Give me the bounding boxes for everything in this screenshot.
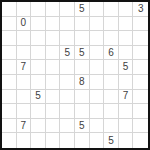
cell-r7c5[interactable] [60, 90, 75, 105]
cell-r1c7[interactable] [90, 2, 105, 17]
cell-r5c6[interactable] [75, 60, 90, 75]
cell-r3c2[interactable] [17, 31, 32, 46]
cell-r7c4[interactable] [46, 90, 61, 105]
puzzle-board: 53055675857755 [0, 0, 150, 150]
cell-r6c9[interactable] [119, 75, 134, 90]
cell-r10c1[interactable] [2, 133, 17, 148]
cell-r1c4[interactable] [46, 2, 61, 17]
cell-r4c2[interactable] [17, 46, 32, 61]
cell-r1c5[interactable] [60, 2, 75, 17]
cell-r4c1[interactable] [2, 46, 17, 61]
cell-r9c3[interactable] [31, 119, 46, 134]
cell-r3c10[interactable] [133, 31, 148, 46]
cell-r8c5[interactable] [60, 104, 75, 119]
clue-cell-r4c5: 5 [60, 46, 75, 61]
cell-r3c3[interactable] [31, 31, 46, 46]
cell-r8c1[interactable] [2, 104, 17, 119]
cell-r5c3[interactable] [31, 60, 46, 75]
cell-r7c8[interactable] [104, 90, 119, 105]
clue-cell-r1c10: 3 [133, 2, 148, 17]
cell-r3c8[interactable] [104, 31, 119, 46]
cell-r1c1[interactable] [2, 2, 17, 17]
cell-r2c5[interactable] [60, 17, 75, 32]
cell-r1c8[interactable] [104, 2, 119, 17]
cell-r4c10[interactable] [133, 46, 148, 61]
cell-r1c9[interactable] [119, 2, 134, 17]
cell-r6c7[interactable] [90, 75, 105, 90]
cell-r9c7[interactable] [90, 119, 105, 134]
cell-r6c8[interactable] [104, 75, 119, 90]
cell-r10c6[interactable] [75, 133, 90, 148]
cell-r8c4[interactable] [46, 104, 61, 119]
cell-r9c8[interactable] [104, 119, 119, 134]
cell-r4c9[interactable] [119, 46, 134, 61]
clue-cell-r7c3: 5 [31, 90, 46, 105]
clue-cell-r4c8: 6 [104, 46, 119, 61]
cell-r3c1[interactable] [2, 31, 17, 46]
cell-r8c6[interactable] [75, 104, 90, 119]
cell-r8c8[interactable] [104, 104, 119, 119]
clue-cell-r9c2: 7 [17, 119, 32, 134]
cell-r4c3[interactable] [31, 46, 46, 61]
cell-r2c3[interactable] [31, 17, 46, 32]
cell-r9c1[interactable] [2, 119, 17, 134]
cell-r4c7[interactable] [90, 46, 105, 61]
cell-r5c1[interactable] [2, 60, 17, 75]
cell-r7c2[interactable] [17, 90, 32, 105]
cell-r2c1[interactable] [2, 17, 17, 32]
cell-r7c6[interactable] [75, 90, 90, 105]
cell-r8c10[interactable] [133, 104, 148, 119]
cell-r4c4[interactable] [46, 46, 61, 61]
cell-r3c4[interactable] [46, 31, 61, 46]
cell-r7c7[interactable] [90, 90, 105, 105]
cell-r2c8[interactable] [104, 17, 119, 32]
cell-r5c5[interactable] [60, 60, 75, 75]
cell-r1c3[interactable] [31, 2, 46, 17]
cell-r7c1[interactable] [2, 90, 17, 105]
cell-r5c4[interactable] [46, 60, 61, 75]
cell-r10c2[interactable] [17, 133, 32, 148]
cell-r9c10[interactable] [133, 119, 148, 134]
cell-r6c4[interactable] [46, 75, 61, 90]
cell-r7c10[interactable] [133, 90, 148, 105]
cell-r8c7[interactable] [90, 104, 105, 119]
clue-cell-r2c2: 0 [17, 17, 32, 32]
clue-cell-r7c9: 7 [119, 90, 134, 105]
cell-r2c7[interactable] [90, 17, 105, 32]
clue-cell-r4c6: 5 [75, 46, 90, 61]
cell-r1c2[interactable] [17, 2, 32, 17]
cell-r6c3[interactable] [31, 75, 46, 90]
cell-r8c9[interactable] [119, 104, 134, 119]
clue-cell-r1c6: 5 [75, 2, 90, 17]
cell-r3c6[interactable] [75, 31, 90, 46]
cell-r10c7[interactable] [90, 133, 105, 148]
clue-cell-r5c9: 5 [119, 60, 134, 75]
cell-r6c2[interactable] [17, 75, 32, 90]
cell-r6c1[interactable] [2, 75, 17, 90]
cell-r2c9[interactable] [119, 17, 134, 32]
cell-r10c3[interactable] [31, 133, 46, 148]
cell-r9c5[interactable] [60, 119, 75, 134]
clue-cell-r10c8: 5 [104, 133, 119, 148]
cell-r6c5[interactable] [60, 75, 75, 90]
cell-r5c7[interactable] [90, 60, 105, 75]
cell-r10c10[interactable] [133, 133, 148, 148]
cell-r9c4[interactable] [46, 119, 61, 134]
cell-r2c6[interactable] [75, 17, 90, 32]
cell-r6c10[interactable] [133, 75, 148, 90]
cell-r8c2[interactable] [17, 104, 32, 119]
cell-r3c7[interactable] [90, 31, 105, 46]
cell-r2c10[interactable] [133, 17, 148, 32]
cell-r9c9[interactable] [119, 119, 134, 134]
cell-r5c8[interactable] [104, 60, 119, 75]
cell-r8c3[interactable] [31, 104, 46, 119]
cell-r10c5[interactable] [60, 133, 75, 148]
clue-cell-r5c2: 7 [17, 60, 32, 75]
clue-cell-r9c6: 5 [75, 119, 90, 134]
cell-r2c4[interactable] [46, 17, 61, 32]
cell-r5c10[interactable] [133, 60, 148, 75]
cell-r3c9[interactable] [119, 31, 134, 46]
clue-cell-r6c6: 8 [75, 75, 90, 90]
cell-r10c4[interactable] [46, 133, 61, 148]
cell-r10c9[interactable] [119, 133, 134, 148]
cell-r3c5[interactable] [60, 31, 75, 46]
